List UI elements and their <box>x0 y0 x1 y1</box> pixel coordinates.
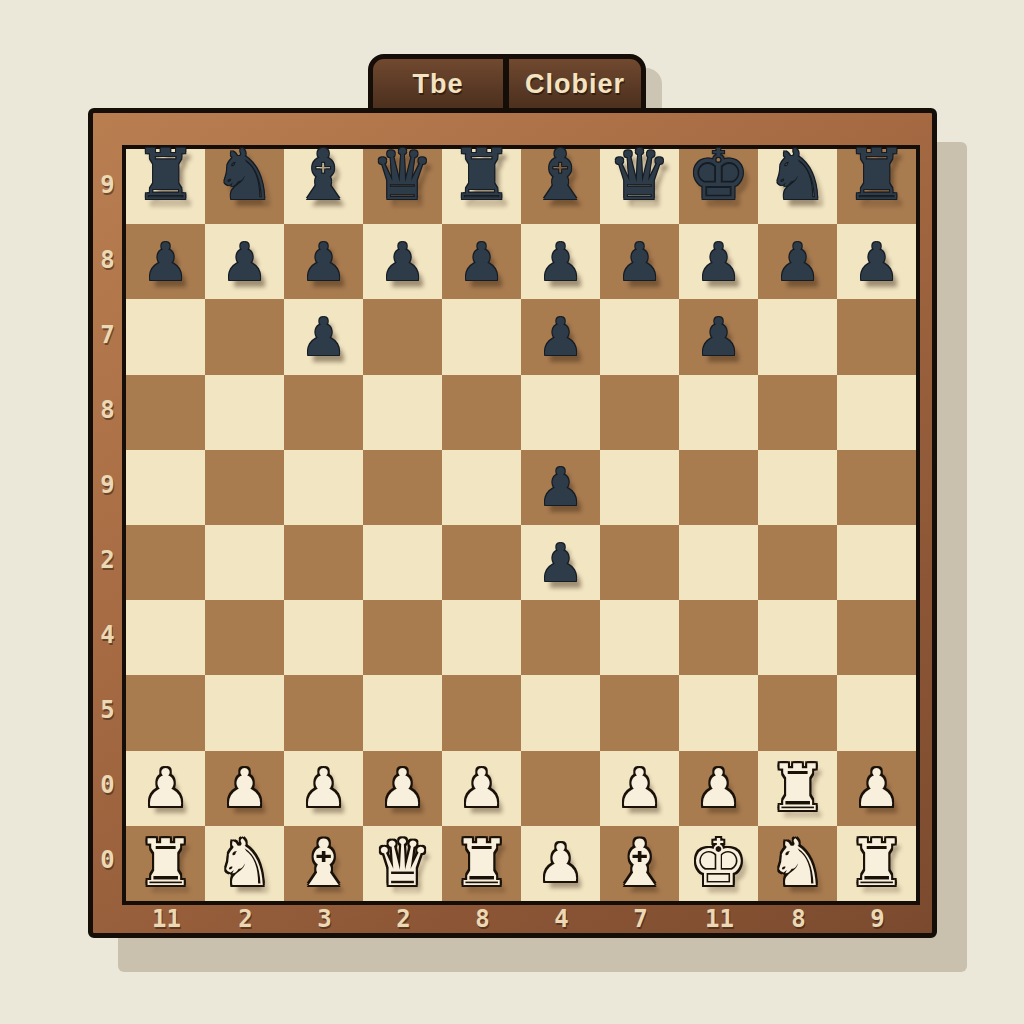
square-r7c2[interactable] <box>205 600 284 675</box>
black-rook-piece[interactable]: ♜ <box>837 137 916 212</box>
square-r10c7[interactable]: ♝ <box>600 826 679 901</box>
square-r8c6[interactable] <box>521 675 600 750</box>
black-pawn-piece[interactable]: ♟ <box>363 224 442 299</box>
square-r2c4[interactable]: ♟ <box>363 224 442 299</box>
square-r5c4[interactable] <box>363 450 442 525</box>
black-bishop-piece[interactable]: ♝ <box>284 137 363 212</box>
square-r3c2[interactable] <box>205 299 284 374</box>
square-r9c6[interactable] <box>521 751 600 826</box>
white-queen-piece[interactable]: ♛ <box>363 826 442 901</box>
white-pawn-piece[interactable]: ♟ <box>521 826 600 901</box>
square-r3c9[interactable] <box>758 299 837 374</box>
square-r7c7[interactable] <box>600 600 679 675</box>
black-pawn-piece[interactable]: ♟ <box>205 224 284 299</box>
square-r3c1[interactable] <box>126 299 205 374</box>
file-label-1: 11 <box>127 905 206 932</box>
rank-label-9: 0 <box>93 747 122 822</box>
square-r9c10[interactable]: ♟ <box>837 751 916 826</box>
square-r8c4[interactable] <box>363 675 442 750</box>
square-r2c9[interactable]: ♟ <box>758 224 837 299</box>
square-r6c5[interactable] <box>442 525 521 600</box>
file-labels: 112328471189 <box>127 905 917 932</box>
white-pawn-piece[interactable]: ♟ <box>363 751 442 826</box>
square-r8c2[interactable] <box>205 675 284 750</box>
square-r5c7[interactable] <box>600 450 679 525</box>
title-tab-the[interactable]: Tbe <box>368 54 506 114</box>
square-r4c4[interactable] <box>363 375 442 450</box>
square-r9c8[interactable]: ♟ <box>679 751 758 826</box>
black-pawn-piece[interactable]: ♟ <box>521 224 600 299</box>
square-r4c2[interactable] <box>205 375 284 450</box>
square-r1c4[interactable]: ♛ <box>363 149 442 224</box>
black-pawn-piece[interactable]: ♟ <box>126 224 205 299</box>
rank-labels: 9878924500 <box>93 147 122 897</box>
square-r1c10[interactable]: ♜ <box>837 149 916 224</box>
black-knight-piece[interactable]: ♞ <box>758 137 837 212</box>
white-bishop-piece[interactable]: ♝ <box>284 826 363 901</box>
square-r5c2[interactable] <box>205 450 284 525</box>
black-pawn-piece[interactable]: ♟ <box>284 224 363 299</box>
square-r5c1[interactable] <box>126 450 205 525</box>
black-pawn-piece[interactable]: ♟ <box>521 299 600 374</box>
square-r4c8[interactable] <box>679 375 758 450</box>
white-pawn-piece[interactable]: ♟ <box>837 751 916 826</box>
square-r6c2[interactable] <box>205 525 284 600</box>
white-king-piece[interactable]: ♚ <box>679 826 758 901</box>
square-r5c9[interactable] <box>758 450 837 525</box>
rank-label-8: 5 <box>93 672 122 747</box>
chess-board-grid: ♜♞♝♛♜♝♛♚♞♜♟♟♟♟♟♟♟♟♟♟♟♟♟♟♟♟♟♟♟♟♟♟♜♟♜♞♝♛♜♟… <box>122 145 920 905</box>
white-pawn-piece[interactable]: ♟ <box>600 751 679 826</box>
square-r8c9[interactable] <box>758 675 837 750</box>
white-pawn-piece[interactable]: ♟ <box>126 751 205 826</box>
square-r3c6[interactable]: ♟ <box>521 299 600 374</box>
rank-label-10: 0 <box>93 822 122 897</box>
file-label-8: 11 <box>680 905 759 932</box>
square-r1c5[interactable]: ♜ <box>442 149 521 224</box>
square-r9c7[interactable]: ♟ <box>600 751 679 826</box>
square-r7c8[interactable] <box>679 600 758 675</box>
square-r9c2[interactable]: ♟ <box>205 751 284 826</box>
rank-label-2: 8 <box>93 222 122 297</box>
square-r3c5[interactable] <box>442 299 521 374</box>
square-r6c3[interactable] <box>284 525 363 600</box>
square-r10c8[interactable]: ♚ <box>679 826 758 901</box>
title-tab-clobier[interactable]: Clobier <box>506 54 646 114</box>
black-rook-piece[interactable]: ♜ <box>126 137 205 212</box>
square-r10c4[interactable]: ♛ <box>363 826 442 901</box>
square-r1c7[interactable]: ♛ <box>600 149 679 224</box>
black-bishop-piece[interactable]: ♝ <box>521 137 600 212</box>
square-r2c5[interactable]: ♟ <box>442 224 521 299</box>
white-knight-piece[interactable]: ♞ <box>758 826 837 901</box>
rank-label-6: 2 <box>93 522 122 597</box>
square-r9c9[interactable]: ♜ <box>758 751 837 826</box>
square-r10c3[interactable]: ♝ <box>284 826 363 901</box>
white-bishop-piece[interactable]: ♝ <box>600 826 679 901</box>
square-r8c1[interactable] <box>126 675 205 750</box>
square-r7c9[interactable] <box>758 600 837 675</box>
square-r2c3[interactable]: ♟ <box>284 224 363 299</box>
square-r3c3[interactable]: ♟ <box>284 299 363 374</box>
black-pawn-piece[interactable]: ♟ <box>284 299 363 374</box>
black-queen-piece[interactable]: ♛ <box>363 137 442 212</box>
square-r1c9[interactable]: ♞ <box>758 149 837 224</box>
file-label-2: 2 <box>206 905 285 932</box>
square-r3c4[interactable] <box>363 299 442 374</box>
black-pawn-piece[interactable]: ♟ <box>600 224 679 299</box>
square-r5c6[interactable]: ♟ <box>521 450 600 525</box>
square-r7c6[interactable] <box>521 600 600 675</box>
square-r9c3[interactable]: ♟ <box>284 751 363 826</box>
square-r5c3[interactable] <box>284 450 363 525</box>
rank-label-1: 9 <box>93 147 122 222</box>
white-pawn-piece[interactable]: ♟ <box>284 751 363 826</box>
white-pawn-piece[interactable]: ♟ <box>205 751 284 826</box>
file-label-9: 8 <box>759 905 838 932</box>
square-r8c8[interactable] <box>679 675 758 750</box>
black-pawn-piece[interactable]: ♟ <box>679 299 758 374</box>
square-r3c10[interactable] <box>837 299 916 374</box>
white-rook-piece[interactable]: ♜ <box>837 826 916 901</box>
square-r10c10[interactable]: ♜ <box>837 826 916 901</box>
black-pawn-piece[interactable]: ♟ <box>521 450 600 525</box>
file-label-7: 7 <box>601 905 680 932</box>
square-r3c7[interactable] <box>600 299 679 374</box>
file-label-4: 2 <box>364 905 443 932</box>
scene: Tbe Clobier 9878924500 112328471189 ♜♞♝♛… <box>0 0 1024 1024</box>
square-r4c6[interactable] <box>521 375 600 450</box>
square-r1c6[interactable]: ♝ <box>521 149 600 224</box>
file-label-3: 3 <box>285 905 364 932</box>
square-r10c1[interactable]: ♜ <box>126 826 205 901</box>
square-r10c6[interactable]: ♟ <box>521 826 600 901</box>
square-r9c1[interactable]: ♟ <box>126 751 205 826</box>
square-r2c10[interactable]: ♟ <box>837 224 916 299</box>
chess-board-frame: 9878924500 112328471189 ♜♞♝♛♜♝♛♚♞♜♟♟♟♟♟♟… <box>88 108 937 938</box>
white-rook-piece[interactable]: ♜ <box>126 826 205 901</box>
square-r7c1[interactable] <box>126 600 205 675</box>
square-r10c2[interactable]: ♞ <box>205 826 284 901</box>
square-r8c3[interactable] <box>284 675 363 750</box>
rank-label-4: 8 <box>93 372 122 447</box>
square-r10c5[interactable]: ♜ <box>442 826 521 901</box>
black-pawn-piece[interactable]: ♟ <box>679 224 758 299</box>
black-queen-piece[interactable]: ♛ <box>600 137 679 212</box>
square-r4c3[interactable] <box>284 375 363 450</box>
square-r6c4[interactable] <box>363 525 442 600</box>
square-r8c10[interactable] <box>837 675 916 750</box>
square-r2c6[interactable]: ♟ <box>521 224 600 299</box>
white-pawn-piece[interactable]: ♟ <box>442 751 521 826</box>
square-r8c7[interactable] <box>600 675 679 750</box>
square-r8c5[interactable] <box>442 675 521 750</box>
black-pawn-piece[interactable]: ♟ <box>521 525 600 600</box>
black-pawn-piece[interactable]: ♟ <box>758 224 837 299</box>
square-r6c1[interactable] <box>126 525 205 600</box>
square-r9c5[interactable]: ♟ <box>442 751 521 826</box>
square-r4c1[interactable] <box>126 375 205 450</box>
square-r1c3[interactable]: ♝ <box>284 149 363 224</box>
black-pawn-piece[interactable]: ♟ <box>837 224 916 299</box>
square-r4c10[interactable] <box>837 375 916 450</box>
square-r1c8[interactable]: ♚ <box>679 149 758 224</box>
file-label-6: 4 <box>522 905 601 932</box>
square-r7c5[interactable] <box>442 600 521 675</box>
square-r6c6[interactable]: ♟ <box>521 525 600 600</box>
square-r4c5[interactable] <box>442 375 521 450</box>
square-r6c7[interactable] <box>600 525 679 600</box>
black-rook-piece[interactable]: ♜ <box>442 137 521 212</box>
square-r10c9[interactable]: ♞ <box>758 826 837 901</box>
square-r2c7[interactable]: ♟ <box>600 224 679 299</box>
rank-label-7: 4 <box>93 597 122 672</box>
black-king-piece[interactable]: ♚ <box>679 137 758 212</box>
black-knight-piece[interactable]: ♞ <box>205 137 284 212</box>
square-r2c2[interactable]: ♟ <box>205 224 284 299</box>
rank-label-5: 9 <box>93 447 122 522</box>
square-r7c4[interactable] <box>363 600 442 675</box>
square-r2c8[interactable]: ♟ <box>679 224 758 299</box>
square-r6c8[interactable] <box>679 525 758 600</box>
square-r1c2[interactable]: ♞ <box>205 149 284 224</box>
square-r5c10[interactable] <box>837 450 916 525</box>
rank-label-3: 7 <box>93 297 122 372</box>
square-r6c10[interactable] <box>837 525 916 600</box>
square-r7c10[interactable] <box>837 600 916 675</box>
file-label-5: 8 <box>443 905 522 932</box>
file-label-10: 9 <box>838 905 917 932</box>
square-r2c1[interactable]: ♟ <box>126 224 205 299</box>
square-r5c8[interactable] <box>679 450 758 525</box>
square-r4c7[interactable] <box>600 375 679 450</box>
white-rook-piece[interactable]: ♜ <box>442 826 521 901</box>
black-pawn-piece[interactable]: ♟ <box>442 224 521 299</box>
square-r6c9[interactable] <box>758 525 837 600</box>
square-r4c9[interactable] <box>758 375 837 450</box>
white-knight-piece[interactable]: ♞ <box>205 826 284 901</box>
white-pawn-piece[interactable]: ♟ <box>679 751 758 826</box>
title-plaque: Tbe Clobier <box>368 54 646 114</box>
square-r9c4[interactable]: ♟ <box>363 751 442 826</box>
square-r1c1[interactable]: ♜ <box>126 149 205 224</box>
square-r7c3[interactable] <box>284 600 363 675</box>
white-rook-piece[interactable]: ♜ <box>758 751 837 826</box>
square-r5c5[interactable] <box>442 450 521 525</box>
square-r3c8[interactable]: ♟ <box>679 299 758 374</box>
